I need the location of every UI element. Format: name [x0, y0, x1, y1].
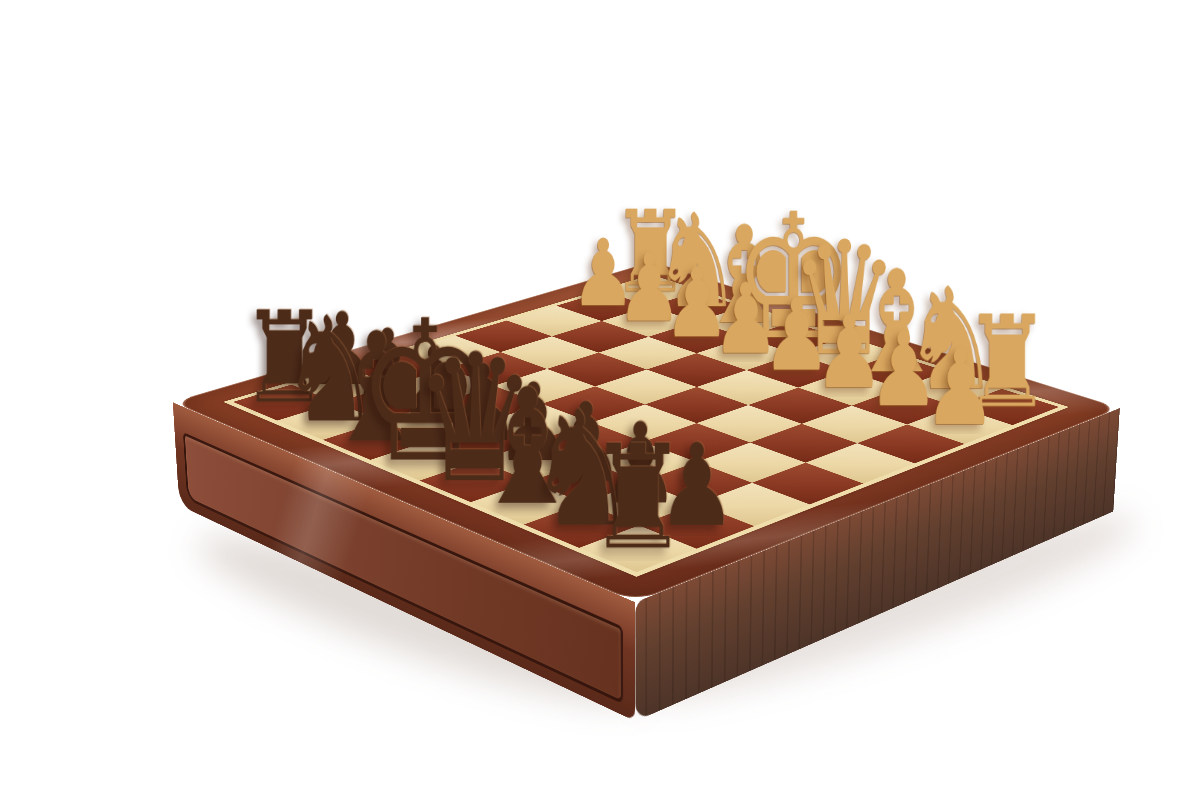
black-rook-a8[interactable]: ♜ [540, 426, 735, 569]
photo-stage: ♜♞♝♚♛♝♞♜♟♟♟♟♟♟♟♟♟♟♟♟♟♟♟♟♜♞♝♚♛♝♞♜ [0, 0, 1200, 800]
chess-box: ♜♞♝♚♛♝♞♜♟♟♟♟♟♟♟♟♟♟♟♟♟♟♟♟♜♞♝♚♛♝♞♜ [173, 262, 1120, 602]
white-pawn-a2[interactable]: ♟ [872, 336, 1047, 440]
